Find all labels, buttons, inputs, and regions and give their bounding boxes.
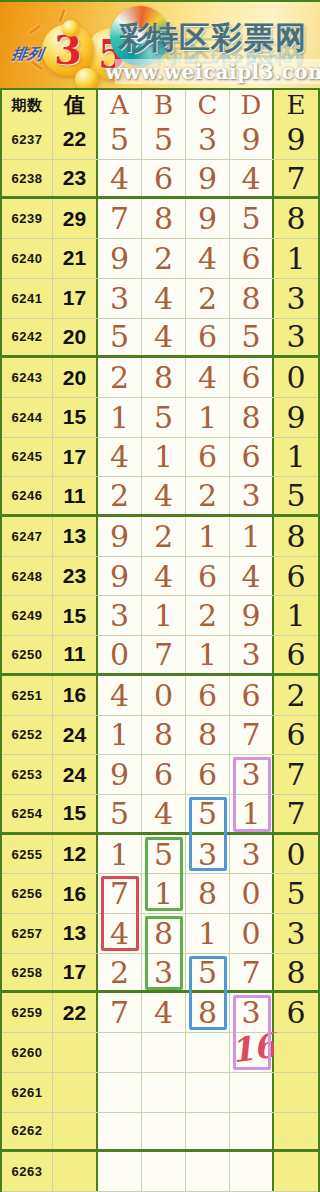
digit-cell-E: 3: [274, 914, 318, 953]
digit-cell-D: 5: [230, 319, 274, 356]
digit-cell-A: 5: [98, 795, 142, 832]
sum-cell: 17: [53, 954, 98, 991]
digit-cell-A: 7: [98, 199, 142, 238]
table-row: 62561671805: [2, 874, 318, 914]
period-cell: 6239: [2, 199, 53, 238]
small-ball-bottom-icon: [75, 68, 98, 88]
table-row: 62482394646: [2, 557, 318, 597]
digit-cell-A: 1: [98, 716, 142, 755]
column-header: D: [230, 90, 274, 120]
sum-cell: 20: [53, 358, 98, 397]
digit-cell-E: 0: [274, 358, 318, 397]
digit-cell-C: 1: [186, 517, 230, 556]
digit-cell-C: 4: [186, 358, 230, 397]
site-url-text: www.weicaipl3.com: [105, 60, 320, 84]
pailie-trend-chart-screen: 排列 3 5 特区彩票网 www.tecp.net 彩 特区彩票网 www.we…: [0, 0, 320, 1192]
digit-cell-D: 9: [230, 596, 274, 635]
digit-cell-E: 0: [274, 835, 318, 874]
digit-cell-A: 5: [98, 319, 142, 356]
period-cell: 6248: [2, 557, 53, 596]
watermark-prefix: 彩: [119, 17, 150, 59]
table-row: 62541554517: [2, 795, 318, 835]
digit-cell-D: 7: [230, 954, 274, 991]
digit-cell-E: 2: [274, 676, 318, 715]
column-header: B: [142, 90, 186, 120]
sum-cell: 23: [53, 557, 98, 596]
digit-cell-A: [98, 1113, 142, 1150]
digit-cell-D: 8: [230, 279, 274, 318]
table-row: 62522418876: [2, 716, 318, 756]
period-cell: 6250: [2, 636, 53, 673]
trend-table: 期数值ABCDE 6237225539962382346947623929789…: [0, 88, 320, 1192]
table-row: 62471392118: [2, 517, 318, 557]
period-cell: 6261: [2, 1073, 53, 1112]
column-header: E: [274, 90, 318, 120]
digit-cell-C: 8: [186, 993, 230, 1032]
digit-cell-E: [274, 1152, 318, 1191]
table-row: 62511640662: [2, 676, 318, 716]
column-header: C: [186, 90, 230, 120]
digit-cell-D: [230, 1073, 274, 1112]
digit-cell-D: 0: [230, 914, 274, 953]
table-row: 6261: [2, 1073, 318, 1113]
digit-cell-B: 2: [142, 517, 186, 556]
digit-cell-B: 1: [142, 596, 186, 635]
sum-cell: 15: [53, 398, 98, 437]
digit-cell-B: 2: [142, 239, 186, 278]
digit-cell-D: 6: [230, 676, 274, 715]
period-cell: 6246: [2, 477, 53, 514]
table-row: 62571348103: [2, 914, 318, 954]
digit-cell-E: 7: [274, 755, 318, 794]
small-ball-top-icon: [62, 20, 79, 37]
period-cell: 6263: [2, 1152, 53, 1191]
period-cell: 6258: [2, 954, 53, 991]
sum-cell: 15: [53, 795, 98, 832]
period-cell: 6252: [2, 716, 53, 755]
digit-cell-A: 9: [98, 239, 142, 278]
period-cell: 6237: [2, 120, 53, 159]
sum-cell: 20: [53, 319, 98, 356]
digit-cell-B: [142, 1113, 186, 1150]
period-cell: 6245: [2, 438, 53, 477]
digit-cell-D: 5: [230, 199, 274, 238]
digit-cell-A: 2: [98, 477, 142, 514]
digit-cell-C: 2: [186, 279, 230, 318]
digit-cell-E: 6: [274, 716, 318, 755]
digit-cell-A: 2: [98, 954, 142, 991]
digit-cell-A: 4: [98, 914, 142, 953]
period-cell: 6238: [2, 160, 53, 197]
sun-ray-icon: [28, 24, 41, 34]
table-row: 62392978958: [2, 199, 318, 239]
period-cell: 6243: [2, 358, 53, 397]
digit-cell-B: [142, 1152, 186, 1191]
digit-cell-B: 4: [142, 557, 186, 596]
digit-cell-C: 2: [186, 596, 230, 635]
period-cell: 6260: [2, 1033, 53, 1072]
period-cell: 6259: [2, 993, 53, 1032]
period-cell: 6247: [2, 517, 53, 556]
digit-cell-D: 8: [230, 398, 274, 437]
period-cell: 6241: [2, 279, 53, 318]
digit-cell-A: [98, 1033, 142, 1072]
sum-cell: 15: [53, 596, 98, 635]
digit-cell-C: 2: [186, 477, 230, 514]
digit-cell-C: 3: [186, 120, 230, 159]
digit-cell-B: 4: [142, 279, 186, 318]
sum-cell: 11: [53, 636, 98, 673]
sum-cell: 17: [53, 279, 98, 318]
sum-cell: [53, 1113, 98, 1150]
digit-cell-E: 9: [274, 398, 318, 437]
digit-cell-E: 8: [274, 517, 318, 556]
sum-cell: 22: [53, 993, 98, 1032]
digit-cell-C: 5: [186, 795, 230, 832]
digit-cell-D: 4: [230, 557, 274, 596]
digit-cell-D: [230, 1152, 274, 1191]
digit-cell-B: 5: [142, 835, 186, 874]
digit-cell-D: 3: [230, 755, 274, 794]
digit-cell-D: 16: [230, 1033, 274, 1072]
table-row: 62411734283: [2, 279, 318, 319]
digit-cell-B: 4: [142, 319, 186, 356]
digit-cell-D: [230, 1113, 274, 1150]
digit-cell-D: 6: [230, 239, 274, 278]
table-row: 62491531291: [2, 596, 318, 636]
digit-cell-C: 6: [186, 557, 230, 596]
digit-cell-C: 1: [186, 398, 230, 437]
digit-cell-B: 4: [142, 993, 186, 1032]
digit-cell-E: 8: [274, 199, 318, 238]
table-row: 62432028460: [2, 358, 318, 398]
column-header: 期数: [2, 90, 53, 120]
table-row: 6263: [2, 1152, 318, 1192]
digit-cell-B: 1: [142, 874, 186, 913]
digit-cell-B: [142, 1073, 186, 1112]
digit-cell-C: [186, 1113, 230, 1150]
digit-cell-E: 7: [274, 160, 318, 197]
sum-cell: 16: [53, 676, 98, 715]
period-cell: 6244: [2, 398, 53, 437]
digit-cell-B: 3: [142, 954, 186, 991]
sum-cell: 22: [53, 120, 98, 159]
digit-cell-E: 5: [274, 477, 318, 514]
digit-cell-D: 7: [230, 716, 274, 755]
digit-cell-A: 9: [98, 557, 142, 596]
digit-cell-A: 4: [98, 438, 142, 477]
logo-header: 排列 3 5 特区彩票网 www.tecp.net 彩 特区彩票网 www.we…: [0, 0, 320, 88]
table-row: 62402192461: [2, 239, 318, 279]
digit-cell-C: 5: [186, 954, 230, 991]
table-row: 62451741661: [2, 438, 318, 478]
period-cell: 6240: [2, 239, 53, 278]
digit-cell-E: 7: [274, 795, 318, 832]
digit-cell-A: 1: [98, 398, 142, 437]
digit-cell-E: 1: [274, 596, 318, 635]
digit-cell-B: [142, 1033, 186, 1072]
digit-cell-C: 6: [186, 438, 230, 477]
digit-cell-B: 8: [142, 716, 186, 755]
digit-cell-C: 9: [186, 160, 230, 197]
digit-cell-D: 3: [230, 636, 274, 673]
period-cell: 6249: [2, 596, 53, 635]
sum-cell: 16: [53, 874, 98, 913]
table-row: 6262: [2, 1113, 318, 1153]
sum-cell: [53, 1033, 98, 1072]
period-cell: 6255: [2, 835, 53, 874]
table-row: 62422054653: [2, 319, 318, 359]
digit-cell-D: 6: [230, 438, 274, 477]
digit-cell-B: 1: [142, 438, 186, 477]
digit-cell-A: 4: [98, 676, 142, 715]
digit-cell-A: 3: [98, 279, 142, 318]
digit-cell-D: 1: [230, 517, 274, 556]
digit-cell-E: [274, 1033, 318, 1072]
table-header-row: 期数值ABCDE: [2, 90, 318, 120]
table-row: 62501107136: [2, 636, 318, 676]
digit-cell-A: 2: [98, 358, 142, 397]
digit-cell-D: 6: [230, 358, 274, 397]
digit-cell-C: 4: [186, 239, 230, 278]
table-row: 62372255399: [2, 120, 318, 160]
column-header: A: [98, 90, 142, 120]
table-row: 62532496637: [2, 755, 318, 795]
digit-cell-C: [186, 1033, 230, 1072]
digit-cell-B: 8: [142, 914, 186, 953]
digit-cell-A: 9: [98, 755, 142, 794]
digit-cell-B: 4: [142, 477, 186, 514]
digit-cell-E: 9: [274, 120, 318, 159]
digit-cell-B: 7: [142, 636, 186, 673]
digit-cell-E: 1: [274, 239, 318, 278]
digit-cell-A: 7: [98, 993, 142, 1032]
sum-cell: 17: [53, 438, 98, 477]
sum-cell: 23: [53, 160, 98, 197]
digit-cell-C: 3: [186, 835, 230, 874]
digit-cell-E: 6: [274, 557, 318, 596]
digit-cell-E: 6: [274, 636, 318, 673]
sum-cell: 21: [53, 239, 98, 278]
sum-cell: 13: [53, 517, 98, 556]
digit-cell-D: 3: [230, 477, 274, 514]
digit-cell-B: 6: [142, 755, 186, 794]
column-header: 值: [53, 90, 98, 120]
digit-cell-A: 0: [98, 636, 142, 673]
table-row: 62461124235: [2, 477, 318, 517]
digit-cell-B: 8: [142, 199, 186, 238]
digit-cell-A: 5: [98, 120, 142, 159]
table-row: 626016: [2, 1033, 318, 1073]
digit-cell-E: 1: [274, 438, 318, 477]
digit-cell-E: 3: [274, 279, 318, 318]
digit-cell-C: 8: [186, 716, 230, 755]
digit-cell-D: 0: [230, 874, 274, 913]
digit-cell-E: [274, 1113, 318, 1150]
digit-cell-A: [98, 1073, 142, 1112]
digit-cell-D: 1: [230, 795, 274, 832]
digit-cell-E: 5: [274, 874, 318, 913]
digit-cell-C: 6: [186, 755, 230, 794]
sum-cell: 13: [53, 914, 98, 953]
digit-cell-D: 4: [230, 160, 274, 197]
period-cell: 6253: [2, 755, 53, 794]
table-row: 62581723578: [2, 954, 318, 994]
digit-cell-C: 9: [186, 199, 230, 238]
table-body: 6237225539962382346947623929789586240219…: [2, 120, 318, 1192]
digit-cell-B: 4: [142, 795, 186, 832]
digit-cell-C: 8: [186, 874, 230, 913]
sum-cell: 29: [53, 199, 98, 238]
digit-cell-D: 9: [230, 120, 274, 159]
watermark-text: 特区彩票网: [147, 17, 307, 59]
digit-cell-C: [186, 1073, 230, 1112]
handwritten-annotation: 16: [228, 1029, 278, 1068]
digit-cell-B: 8: [142, 358, 186, 397]
digit-cell-E: [274, 1073, 318, 1112]
digit-cell-C: 6: [186, 676, 230, 715]
digit-cell-B: 5: [142, 120, 186, 159]
digit-cell-D: 3: [230, 835, 274, 874]
sum-cell: 24: [53, 755, 98, 794]
digit-cell-A: 7: [98, 874, 142, 913]
table-row: 62441515189: [2, 398, 318, 438]
period-cell: 6256: [2, 874, 53, 913]
digit-cell-A: 4: [98, 160, 142, 197]
digit-cell-A: 3: [98, 596, 142, 635]
digit-cell-A: 9: [98, 517, 142, 556]
digit-cell-C: 6: [186, 319, 230, 356]
table-row: 62382346947: [2, 160, 318, 200]
url-band: www.weicaipl3.com: [115, 59, 320, 84]
digit-cell-A: [98, 1152, 142, 1191]
period-cell: 6251: [2, 676, 53, 715]
digit-cell-C: [186, 1152, 230, 1191]
sum-cell: [53, 1152, 98, 1191]
period-cell: 6262: [2, 1113, 53, 1150]
sun-ray-icon: [58, 8, 66, 22]
table-row: 62551215330: [2, 835, 318, 875]
period-cell: 6254: [2, 795, 53, 832]
digit-cell-E: 3: [274, 319, 318, 356]
digit-cell-B: 0: [142, 676, 186, 715]
digit-cell-E: 8: [274, 954, 318, 991]
digit-cell-E: 6: [274, 993, 318, 1032]
digit-cell-C: 1: [186, 636, 230, 673]
digit-cell-A: 1: [98, 835, 142, 874]
digit-cell-B: 5: [142, 398, 186, 437]
period-cell: 6257: [2, 914, 53, 953]
digit-cell-B: 6: [142, 160, 186, 197]
sum-cell: 11: [53, 477, 98, 514]
digit-cell-C: 1: [186, 914, 230, 953]
brand-text: 排列: [11, 45, 46, 64]
sum-cell: [53, 1073, 98, 1112]
period-cell: 6242: [2, 319, 53, 356]
sum-cell: 24: [53, 716, 98, 755]
sum-cell: 12: [53, 835, 98, 874]
